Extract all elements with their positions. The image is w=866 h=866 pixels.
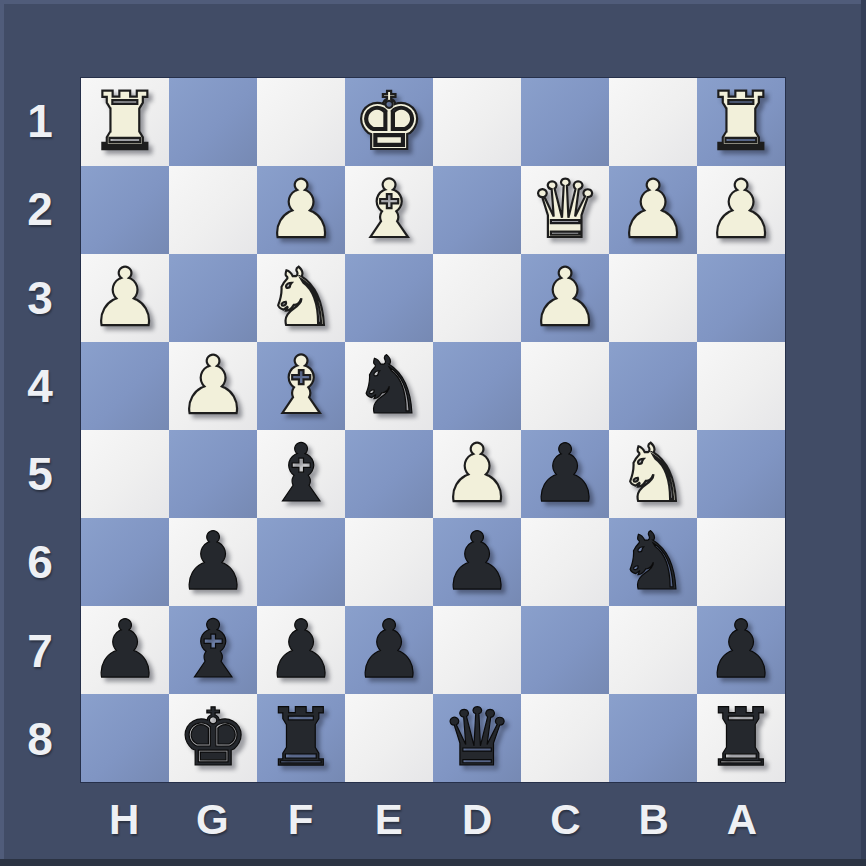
black-pawn[interactable]: ♟	[705, 610, 777, 690]
white-pawn[interactable]: ♟	[177, 346, 249, 426]
white-pawn[interactable]: ♟	[529, 258, 601, 338]
square-g3[interactable]	[169, 254, 257, 342]
square-d4[interactable]	[433, 342, 521, 430]
square-e2[interactable]: ♝	[345, 166, 433, 254]
file-label-f: F	[257, 783, 345, 857]
square-b6[interactable]: ♞	[609, 518, 697, 606]
white-rook[interactable]: ♜	[89, 82, 161, 162]
file-label-h: H	[80, 783, 168, 857]
white-pawn[interactable]: ♟	[617, 170, 689, 250]
white-pawn[interactable]: ♟	[441, 434, 513, 514]
square-g2[interactable]	[169, 166, 257, 254]
file-label-g: G	[168, 783, 256, 857]
file-label-c: C	[521, 783, 609, 857]
rank-label-1: 1	[0, 77, 80, 165]
square-e4[interactable]: ♞	[345, 342, 433, 430]
file-label-d: D	[433, 783, 521, 857]
square-h7[interactable]: ♟	[81, 606, 169, 694]
square-f4[interactable]: ♝	[257, 342, 345, 430]
file-label-e: E	[345, 783, 433, 857]
black-pawn[interactable]: ♟	[529, 434, 601, 514]
black-knight[interactable]: ♞	[353, 346, 425, 426]
square-a8[interactable]: ♜	[697, 694, 785, 782]
square-b8[interactable]	[609, 694, 697, 782]
rank-label-4: 4	[0, 342, 80, 430]
black-bishop[interactable]: ♝	[177, 610, 249, 690]
square-h2[interactable]	[81, 166, 169, 254]
square-g5[interactable]	[169, 430, 257, 518]
black-rook[interactable]: ♜	[705, 698, 777, 778]
white-knight[interactable]: ♞	[617, 434, 689, 514]
rank-label-3: 3	[0, 254, 80, 342]
square-c3[interactable]: ♟	[521, 254, 609, 342]
black-king[interactable]: ♚	[177, 698, 249, 778]
square-b7[interactable]	[609, 606, 697, 694]
frame-edge-bottom	[0, 859, 866, 866]
square-d2[interactable]	[433, 166, 521, 254]
frame-edge-right	[861, 0, 866, 866]
square-b1[interactable]	[609, 78, 697, 166]
square-f2[interactable]: ♟	[257, 166, 345, 254]
square-e5[interactable]	[345, 430, 433, 518]
square-f8[interactable]: ♜	[257, 694, 345, 782]
square-g8[interactable]: ♚	[169, 694, 257, 782]
square-g1[interactable]	[169, 78, 257, 166]
square-h6[interactable]	[81, 518, 169, 606]
square-d6[interactable]: ♟	[433, 518, 521, 606]
square-g7[interactable]: ♝	[169, 606, 257, 694]
square-e3[interactable]	[345, 254, 433, 342]
file-label-b: B	[610, 783, 698, 857]
rank-labels: 12345678	[0, 77, 80, 783]
file-labels: HGFEDCBA	[80, 783, 786, 857]
white-rook[interactable]: ♜	[705, 82, 777, 162]
square-h1[interactable]: ♜	[81, 78, 169, 166]
frame-edge-top	[0, 0, 866, 4]
square-d1[interactable]	[433, 78, 521, 166]
rank-label-5: 5	[0, 430, 80, 518]
square-a1[interactable]: ♜	[697, 78, 785, 166]
rank-label-7: 7	[0, 607, 80, 695]
square-h3[interactable]: ♟	[81, 254, 169, 342]
black-pawn[interactable]: ♟	[265, 610, 337, 690]
square-f1[interactable]	[257, 78, 345, 166]
white-knight[interactable]: ♞	[265, 258, 337, 338]
square-b4[interactable]	[609, 342, 697, 430]
square-a5[interactable]	[697, 430, 785, 518]
square-g4[interactable]: ♟	[169, 342, 257, 430]
rank-label-6: 6	[0, 518, 80, 606]
white-pawn[interactable]: ♟	[89, 258, 161, 338]
black-pawn[interactable]: ♟	[89, 610, 161, 690]
square-d8[interactable]: ♛	[433, 694, 521, 782]
black-knight[interactable]: ♞	[617, 522, 689, 602]
square-e1[interactable]: ♚	[345, 78, 433, 166]
square-a4[interactable]	[697, 342, 785, 430]
square-a3[interactable]	[697, 254, 785, 342]
square-a6[interactable]	[697, 518, 785, 606]
square-a2[interactable]: ♟	[697, 166, 785, 254]
square-e7[interactable]: ♟	[345, 606, 433, 694]
square-b3[interactable]	[609, 254, 697, 342]
square-f3[interactable]: ♞	[257, 254, 345, 342]
square-d7[interactable]	[433, 606, 521, 694]
square-d5[interactable]: ♟	[433, 430, 521, 518]
square-f7[interactable]: ♟	[257, 606, 345, 694]
square-b2[interactable]: ♟	[609, 166, 697, 254]
square-f5[interactable]: ♝	[257, 430, 345, 518]
file-label-a: A	[698, 783, 786, 857]
square-d3[interactable]	[433, 254, 521, 342]
chess-board: ♜♚♜♟♝♛♟♟♟♞♟♟♝♞♝♟♟♞♟♟♞♟♝♟♟♟♚♜♛♜	[80, 77, 786, 783]
square-c8[interactable]	[521, 694, 609, 782]
black-pawn[interactable]: ♟	[353, 610, 425, 690]
black-pawn[interactable]: ♟	[441, 522, 513, 602]
square-e8[interactable]	[345, 694, 433, 782]
chess-diagram: 12345678 ♜♚♜♟♝♛♟♟♟♞♟♟♝♞♝♟♟♞♟♟♞♟♝♟♟♟♚♜♛♜ …	[0, 0, 866, 866]
square-c7[interactable]	[521, 606, 609, 694]
square-c6[interactable]	[521, 518, 609, 606]
square-g6[interactable]: ♟	[169, 518, 257, 606]
white-bishop[interactable]: ♝	[265, 346, 337, 426]
square-c4[interactable]	[521, 342, 609, 430]
square-c5[interactable]: ♟	[521, 430, 609, 518]
black-rook[interactable]: ♜	[265, 698, 337, 778]
square-a7[interactable]: ♟	[697, 606, 785, 694]
square-h8[interactable]	[81, 694, 169, 782]
square-h4[interactable]	[81, 342, 169, 430]
white-pawn[interactable]: ♟	[705, 170, 777, 250]
black-bishop[interactable]: ♝	[265, 434, 337, 514]
rank-label-2: 2	[0, 165, 80, 253]
white-pawn[interactable]: ♟	[265, 170, 337, 250]
black-pawn[interactable]: ♟	[177, 522, 249, 602]
square-b5[interactable]: ♞	[609, 430, 697, 518]
square-c2[interactable]: ♛	[521, 166, 609, 254]
white-queen[interactable]: ♛	[529, 170, 601, 250]
black-queen[interactable]: ♛	[441, 698, 513, 778]
square-f6[interactable]	[257, 518, 345, 606]
square-h5[interactable]	[81, 430, 169, 518]
square-e6[interactable]	[345, 518, 433, 606]
white-king[interactable]: ♚	[353, 82, 425, 162]
rank-label-8: 8	[0, 695, 80, 783]
square-c1[interactable]	[521, 78, 609, 166]
white-bishop[interactable]: ♝	[353, 170, 425, 250]
